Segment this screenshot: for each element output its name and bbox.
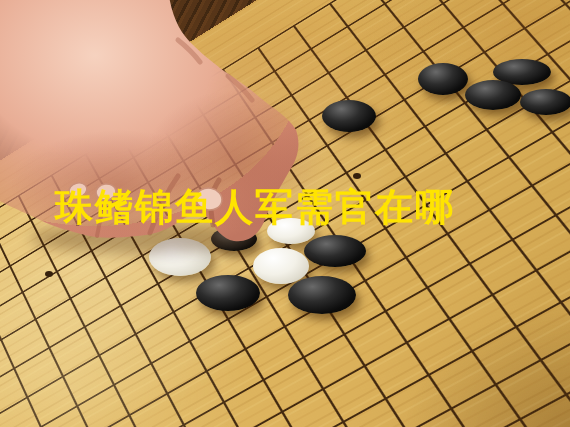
go-stone-black: [288, 276, 356, 314]
go-stone-black: [465, 80, 521, 110]
go-stone-black: [322, 100, 376, 132]
go-stone-black: [418, 63, 468, 95]
go-stone-black: [520, 89, 570, 115]
go-stone-black: [196, 275, 260, 311]
caption-text: 珠鳍锦鱼人军需官在哪: [55, 188, 455, 226]
star-point: [45, 271, 53, 277]
board-photo: 珠鳍锦鱼人军需官在哪: [0, 0, 570, 427]
star-point: [353, 173, 361, 179]
